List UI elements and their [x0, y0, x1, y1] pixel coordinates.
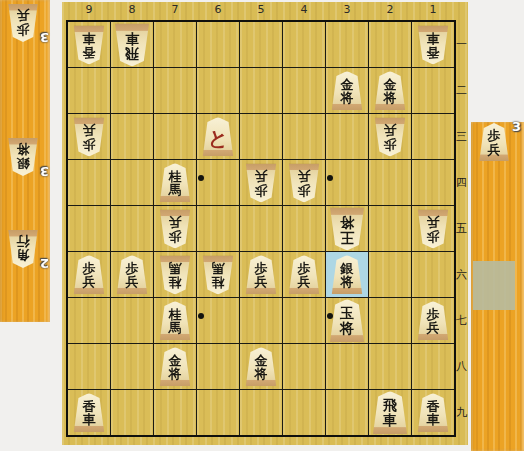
square-13[interactable]: [412, 114, 454, 159]
rank-label-6: 六: [455, 267, 468, 282]
piece-kanji: 桂: [169, 275, 182, 289]
rank-label-4: 四: [455, 175, 468, 190]
rank-label-1: 一: [455, 37, 468, 52]
piece-kanji: 将: [340, 320, 354, 335]
square-86[interactable]: 歩兵: [111, 252, 153, 297]
piece-kanji: 兵: [427, 321, 440, 335]
file-label-3: 3: [337, 3, 357, 16]
hand-count: 3: [40, 164, 49, 179]
piece-kanji: 兵: [83, 275, 96, 289]
piece-kanji: 香: [427, 399, 440, 413]
piece-kanji: 車: [427, 413, 440, 427]
piece-silver-gote[interactable]: 銀将: [7, 138, 39, 176]
square-27[interactable]: [369, 298, 411, 343]
hand-gote-pawn[interactable]: 歩兵3: [0, 3, 50, 45]
square-45[interactable]: [283, 206, 325, 251]
piece-pawn-sente-96[interactable]: 歩兵: [73, 255, 106, 294]
square-55[interactable]: [240, 206, 282, 251]
square-92[interactable]: [68, 68, 110, 113]
square-11[interactable]: 香車: [412, 22, 454, 67]
piece-kanji: 将: [255, 367, 268, 381]
piece-pawn-gote-93[interactable]: 歩兵: [73, 117, 106, 156]
star-point: [198, 313, 204, 319]
square-21[interactable]: [369, 22, 411, 67]
hand-sente-pawn[interactable]: 歩兵3: [471, 122, 524, 164]
piece-kanji: 飛: [383, 397, 397, 412]
piece-kanji: 兵: [126, 275, 139, 289]
piece-kanji: 金: [255, 353, 268, 367]
piece-kanji: 兵: [298, 275, 311, 289]
square-82[interactable]: [111, 68, 153, 113]
piece-knight-sente-74[interactable]: 桂馬: [159, 163, 192, 202]
piece-kanji: 将: [384, 91, 397, 105]
square-37[interactable]: 玉将: [326, 298, 368, 343]
square-85[interactable]: [111, 206, 153, 251]
piece-kanji: 馬: [169, 261, 182, 275]
piece-kanji: 歩: [298, 183, 311, 197]
square-24[interactable]: [369, 160, 411, 205]
square-41[interactable]: [283, 22, 325, 67]
rank-label-7: 七: [455, 313, 468, 328]
square-88[interactable]: [111, 344, 153, 389]
square-46[interactable]: 歩兵: [283, 252, 325, 297]
square-58[interactable]: 金将: [240, 344, 282, 389]
square-66[interactable]: 桂馬: [197, 252, 239, 297]
square-33[interactable]: [326, 114, 368, 159]
piece-kanji: 歩: [298, 261, 311, 275]
piece-kanji: 兵: [427, 215, 440, 229]
hand-count: 3: [512, 119, 521, 134]
piece-gold-sente-22[interactable]: 金将: [374, 71, 407, 110]
file-label-1: 1: [423, 3, 443, 16]
file-label-9: 9: [79, 3, 99, 16]
square-31[interactable]: [326, 22, 368, 67]
square-59[interactable]: [240, 390, 282, 435]
piece-kanji: 兵: [255, 169, 268, 183]
square-74[interactable]: 桂馬: [154, 160, 196, 205]
piece-kanji: 車: [427, 31, 440, 45]
square-73[interactable]: [154, 114, 196, 159]
piece-kanji: 歩: [83, 137, 96, 151]
piece-pawn-sente-56[interactable]: 歩兵: [245, 255, 278, 294]
piece-kanji: 兵: [298, 169, 311, 183]
star-point: [327, 175, 333, 181]
piece-kanji: 銀: [341, 261, 354, 275]
piece-pawn-sente-86[interactable]: 歩兵: [116, 255, 149, 294]
file-label-5: 5: [251, 3, 271, 16]
piece-lance-sente-99[interactable]: 香車: [73, 393, 106, 432]
square-79[interactable]: [154, 390, 196, 435]
piece-kanji: 銀: [17, 157, 30, 171]
gote-hand-tray: 歩兵3銀将3角行2: [0, 0, 50, 322]
piece-kanji: 歩: [255, 183, 268, 197]
square-96[interactable]: 歩兵: [68, 252, 110, 297]
square-23[interactable]: 歩兵: [369, 114, 411, 159]
piece-kanji: 歩: [384, 137, 397, 151]
square-65[interactable]: [197, 206, 239, 251]
piece-kanji: 金: [341, 77, 354, 91]
piece-kanji: と: [208, 126, 228, 148]
piece-kanji: 歩: [427, 229, 440, 243]
piece-kanji: 行: [17, 235, 30, 249]
hand-gote-silver[interactable]: 銀将3: [0, 137, 50, 179]
file-label-2: 2: [380, 3, 400, 16]
piece-pawn-gote-15[interactable]: 歩兵: [417, 209, 450, 248]
rank-label-5: 五: [455, 221, 468, 236]
piece-kanji: 飛: [125, 45, 139, 60]
square-18[interactable]: [412, 344, 454, 389]
square-83[interactable]: [111, 114, 153, 159]
piece-kanji: 香: [427, 45, 440, 59]
piece-kanji: 歩: [83, 261, 96, 275]
piece-kanji: 桂: [169, 169, 182, 183]
piece-lance-sente-19[interactable]: 香車: [417, 393, 450, 432]
hand-gote-bishop[interactable]: 角行2: [0, 229, 50, 271]
shogi-app: 歩兵3銀将3角行2 987654321 一二三四五六七八九 香車飛車香車金将金将…: [0, 0, 524, 451]
piece-kanji: 桂: [212, 275, 225, 289]
square-87[interactable]: [111, 298, 153, 343]
square-81[interactable]: 飛車: [111, 22, 153, 67]
square-19[interactable]: 香車: [412, 390, 454, 435]
square-89[interactable]: [111, 390, 153, 435]
square-63[interactable]: と: [197, 114, 239, 159]
piece-knight-gote-76[interactable]: 桂馬: [159, 255, 192, 294]
square-48[interactable]: [283, 344, 325, 389]
piece-pawn-gote-54[interactable]: 歩兵: [245, 163, 278, 202]
square-77[interactable]: 桂馬: [154, 298, 196, 343]
piece-kanji: 車: [83, 31, 96, 45]
piece-rook-gote-81[interactable]: 飛車: [114, 23, 151, 66]
hand-count: 2: [40, 256, 49, 271]
square-44[interactable]: 歩兵: [283, 160, 325, 205]
piece-kanji: 車: [83, 413, 96, 427]
square-67[interactable]: [197, 298, 239, 343]
piece-kanji: 将: [17, 143, 30, 157]
square-47[interactable]: [283, 298, 325, 343]
square-61[interactable]: [197, 22, 239, 67]
square-84[interactable]: [111, 160, 153, 205]
piece-rook-sente-29[interactable]: 飛車: [372, 391, 409, 434]
square-91[interactable]: 香車: [68, 22, 110, 67]
square-26[interactable]: [369, 252, 411, 297]
square-72[interactable]: [154, 68, 196, 113]
square-68[interactable]: [197, 344, 239, 389]
square-53[interactable]: [240, 114, 282, 159]
square-34[interactable]: [326, 160, 368, 205]
square-97[interactable]: [68, 298, 110, 343]
piece-kanji: 玉: [340, 305, 354, 320]
square-49[interactable]: [283, 390, 325, 435]
piece-gold-sente-32[interactable]: 金将: [331, 71, 364, 110]
piece-kanji: 金: [169, 353, 182, 367]
square-15[interactable]: 歩兵: [412, 206, 454, 251]
piece-kanji: 馬: [169, 321, 182, 335]
piece-kanji: 兵: [384, 123, 397, 137]
sente-hand-tray: 歩兵3: [471, 122, 524, 451]
piece-gold-sente-58[interactable]: 金将: [245, 347, 278, 386]
square-36[interactable]: 銀将: [326, 252, 368, 297]
square-71[interactable]: [154, 22, 196, 67]
square-51[interactable]: [240, 22, 282, 67]
piece-gold-sente-78[interactable]: 金将: [159, 347, 192, 386]
rank-label-3: 三: [455, 129, 468, 144]
square-56[interactable]: 歩兵: [240, 252, 282, 297]
piece-kanji: 歩: [255, 261, 268, 275]
square-12[interactable]: [412, 68, 454, 113]
square-99[interactable]: 香車: [68, 390, 110, 435]
piece-kanji: 歩: [488, 129, 501, 143]
piece-kanji: 兵: [169, 215, 182, 229]
piece-kanji: 車: [125, 30, 139, 45]
square-75[interactable]: 歩兵: [154, 206, 196, 251]
file-label-7: 7: [165, 3, 185, 16]
piece-kanji: 角: [17, 249, 30, 263]
piece-kanji: 将: [341, 275, 354, 289]
square-14[interactable]: [412, 160, 454, 205]
piece-king-gote-35[interactable]: 王将: [329, 207, 366, 250]
piece-kanji: 歩: [169, 229, 182, 243]
piece-pawn-sente[interactable]: 歩兵: [478, 123, 510, 161]
square-25[interactable]: [369, 206, 411, 251]
piece-bishop-gote[interactable]: 角行: [7, 230, 39, 268]
piece-kanji: 香: [83, 399, 96, 413]
piece-knight-sente-77[interactable]: 桂馬: [159, 301, 192, 340]
square-76[interactable]: 桂馬: [154, 252, 196, 297]
piece-pawn-gote-75[interactable]: 歩兵: [159, 209, 192, 248]
piece-kanji: 兵: [17, 9, 30, 23]
piece-kanji: 歩: [126, 261, 139, 275]
piece-kanji: 車: [383, 412, 397, 427]
star-point: [198, 175, 204, 181]
square-43[interactable]: [283, 114, 325, 159]
piece-kanji: 金: [384, 77, 397, 91]
piece-tokin-sente-63[interactable]: と: [202, 117, 235, 156]
square-64[interactable]: [197, 160, 239, 205]
star-point: [327, 313, 333, 319]
piece-kanji: 兵: [488, 143, 501, 157]
piece-silver-sente-36[interactable]: 銀将: [331, 255, 364, 294]
file-label-8: 8: [122, 3, 142, 16]
piece-lance-gote-11[interactable]: 香車: [417, 25, 450, 64]
piece-knight-gote-66[interactable]: 桂馬: [202, 255, 235, 294]
square-39[interactable]: [326, 390, 368, 435]
square-52[interactable]: [240, 68, 282, 113]
piece-kanji: 兵: [255, 275, 268, 289]
piece-kanji: 馬: [212, 261, 225, 275]
square-22[interactable]: 金将: [369, 68, 411, 113]
rank-label-9: 九: [455, 405, 468, 420]
square-29[interactable]: 飛車: [369, 390, 411, 435]
square-62[interactable]: [197, 68, 239, 113]
piece-kanji: 歩: [17, 23, 30, 37]
piece-kanji: 歩: [427, 307, 440, 321]
piece-kanji: 桂: [169, 307, 182, 321]
piece-kanji: 将: [341, 91, 354, 105]
piece-pawn-sente-46[interactable]: 歩兵: [288, 255, 321, 294]
square-54[interactable]: 歩兵: [240, 160, 282, 205]
square-95[interactable]: [68, 206, 110, 251]
piece-kanji: 香: [83, 45, 96, 59]
square-57[interactable]: [240, 298, 282, 343]
square-98[interactable]: [68, 344, 110, 389]
piece-pawn-gote[interactable]: 歩兵: [7, 4, 39, 42]
rank-label-8: 八: [455, 359, 468, 374]
square-32[interactable]: 金将: [326, 68, 368, 113]
square-94[interactable]: [68, 160, 110, 205]
piece-kanji: 王: [340, 229, 354, 244]
square-17[interactable]: 歩兵: [412, 298, 454, 343]
square-38[interactable]: [326, 344, 368, 389]
piece-kanji: 馬: [169, 183, 182, 197]
piece-pawn-gote-23[interactable]: 歩兵: [374, 117, 407, 156]
file-label-6: 6: [208, 3, 228, 16]
square-35[interactable]: 王将: [326, 206, 368, 251]
piece-pawn-gote-44[interactable]: 歩兵: [288, 163, 321, 202]
rank-label-2: 二: [455, 83, 468, 98]
square-78[interactable]: 金将: [154, 344, 196, 389]
selected-hand-slot-highlight[interactable]: [473, 261, 515, 310]
square-93[interactable]: 歩兵: [68, 114, 110, 159]
board-grid: 香車飛車香車金将金将歩兵と歩兵桂馬歩兵歩兵歩兵王将歩兵歩兵歩兵桂馬桂馬歩兵歩兵銀…: [66, 20, 456, 437]
square-69[interactable]: [197, 390, 239, 435]
piece-king-sente-37[interactable]: 玉将: [329, 299, 366, 342]
piece-kanji: 将: [340, 214, 354, 229]
square-28[interactable]: [369, 344, 411, 389]
piece-pawn-sente-17[interactable]: 歩兵: [417, 301, 450, 340]
piece-kanji: 将: [169, 367, 182, 381]
hand-count: 3: [40, 30, 49, 45]
square-42[interactable]: [283, 68, 325, 113]
square-16[interactable]: [412, 252, 454, 297]
piece-lance-gote-91[interactable]: 香車: [73, 25, 106, 64]
file-label-4: 4: [294, 3, 314, 16]
piece-kanji: 兵: [83, 123, 96, 137]
shogi-board: 987654321 一二三四五六七八九 香車飛車香車金将金将歩兵と歩兵桂馬歩兵歩…: [62, 2, 468, 445]
